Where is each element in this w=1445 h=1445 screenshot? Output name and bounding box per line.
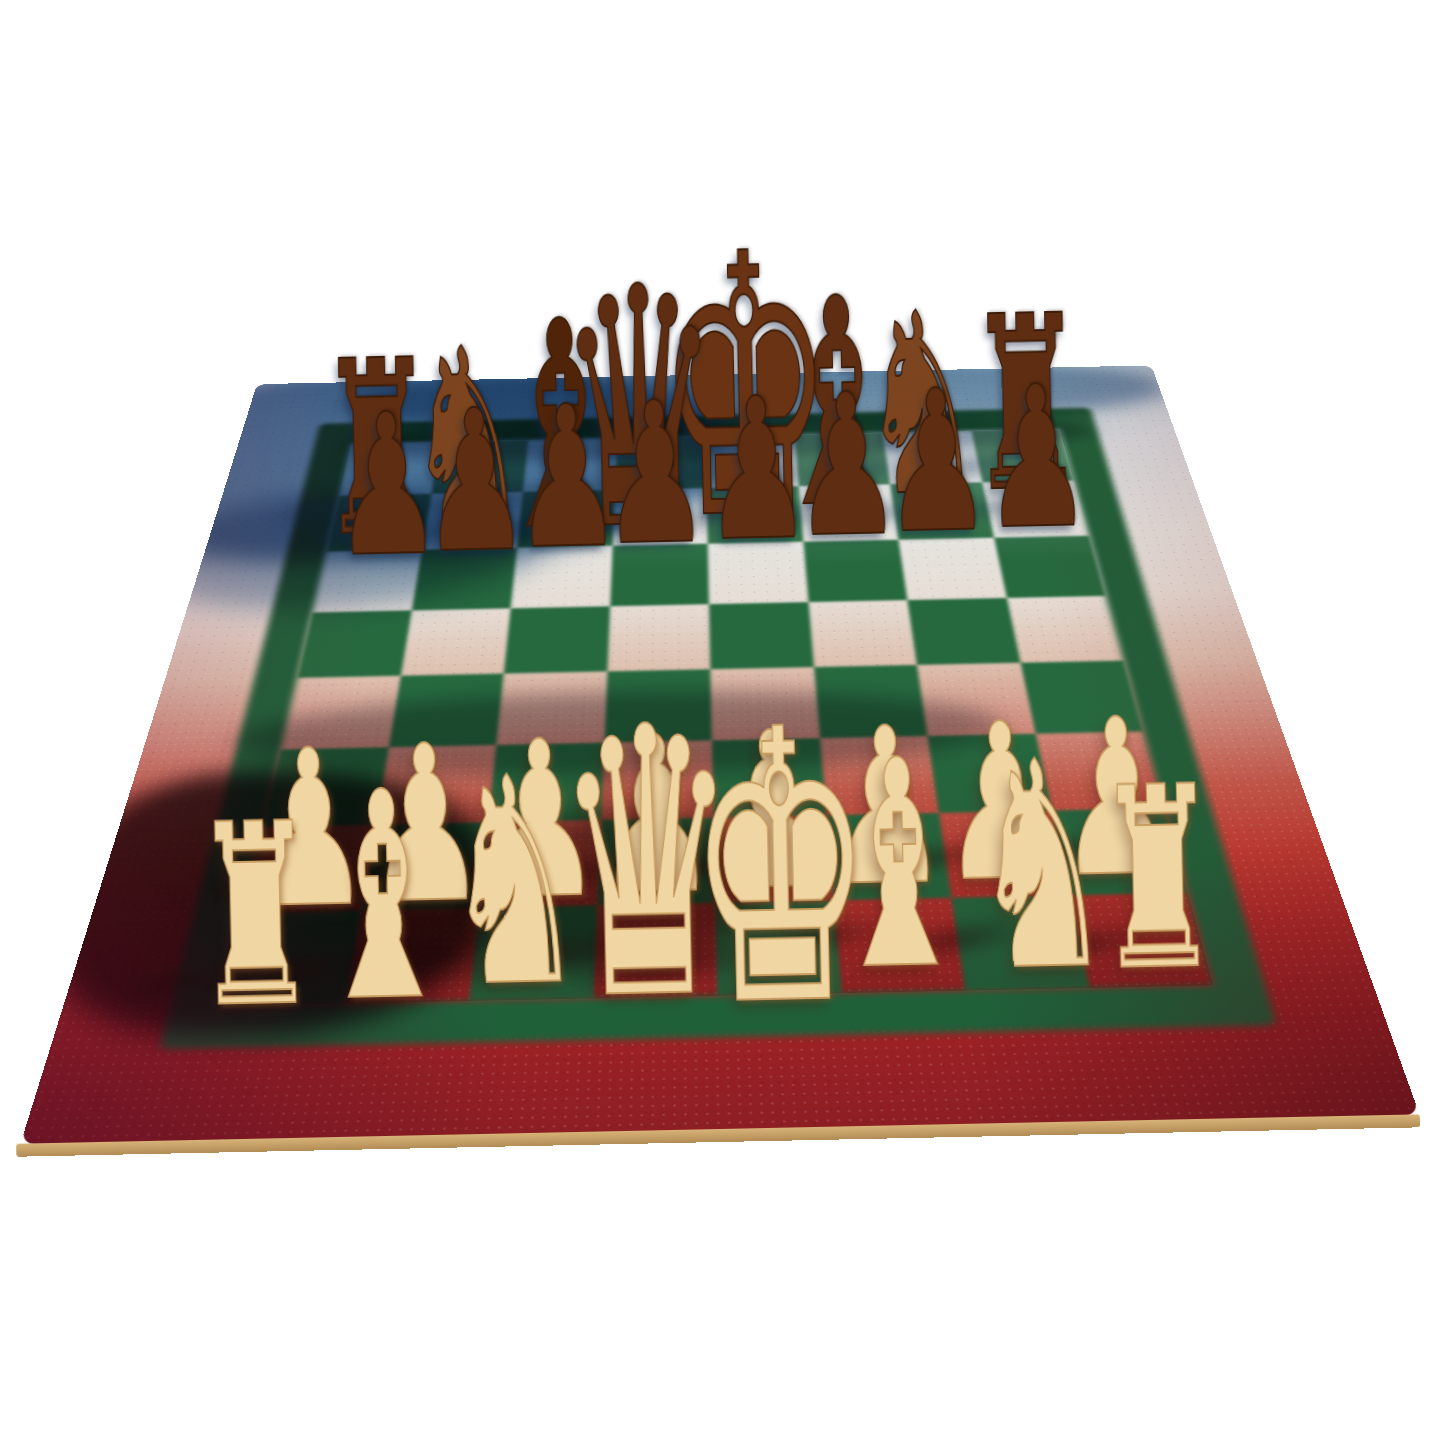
piece-black-pawn-a7[interactable]: ♟ <box>331 387 443 584</box>
piece-black-pawn-h7[interactable]: ♟ <box>981 359 1093 556</box>
product-photo: ♜♞♝♛♚♝♞♜♟♟♟♟♟♟♟♟♟♟♟♟♟♟♟♟♜♝♞♛♚♝♞♜ <box>0 0 1445 1445</box>
piece-white-rook-h1[interactable]: ♜ <box>1094 753 1222 1006</box>
piece-white-bishop-b1[interactable]: ♝ <box>309 754 455 1042</box>
pieces-layer: ♜♞♝♛♚♝♞♜♟♟♟♟♟♟♟♟♟♟♟♟♟♟♟♟♜♝♞♛♚♝♞♜ <box>0 0 1445 1445</box>
piece-white-king-e1[interactable]: ♚ <box>685 680 878 1059</box>
chessboard-scene: ♜♞♝♛♚♝♞♜♟♟♟♟♟♟♟♟♟♟♟♟♟♟♟♟♜♝♞♛♚♝♞♜ <box>0 0 1445 1445</box>
piece-white-rook-a1[interactable]: ♜ <box>191 790 319 1043</box>
piece-black-pawn-e7[interactable]: ♟ <box>701 371 813 568</box>
